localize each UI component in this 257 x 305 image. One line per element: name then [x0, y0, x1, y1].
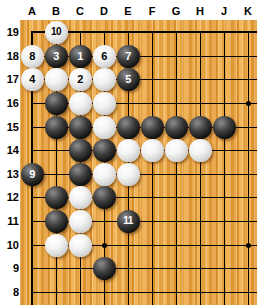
stone-E17[interactable]: 5: [117, 68, 140, 91]
row-label-12: 12: [0, 190, 19, 204]
stone-D18[interactable]: 6: [93, 45, 116, 68]
go-diagram: ABCDEFGHJK 1918171615141312111098 108316…: [0, 0, 257, 305]
stone-B15[interactable]: [45, 116, 68, 139]
column-label-H: H: [192, 3, 208, 19]
stone-D13[interactable]: [93, 163, 116, 186]
stone-B18[interactable]: 3: [45, 45, 68, 68]
stone-D17[interactable]: [93, 68, 116, 91]
column-label-F: F: [144, 3, 160, 19]
stone-C10[interactable]: [69, 234, 92, 257]
stone-F15[interactable]: [141, 116, 164, 139]
move-number: 3: [53, 51, 59, 62]
move-number: 8: [29, 51, 35, 62]
stone-C15[interactable]: [69, 116, 92, 139]
stone-D16[interactable]: [93, 92, 116, 115]
stone-E11[interactable]: 11: [117, 210, 140, 233]
stone-H14[interactable]: [189, 139, 212, 162]
row-label-16: 16: [0, 96, 19, 110]
stone-E13[interactable]: [117, 163, 140, 186]
stone-B16[interactable]: [45, 92, 68, 115]
stone-B19[interactable]: 10: [45, 21, 68, 44]
move-number: 1: [77, 51, 83, 62]
row-label-9: 9: [0, 261, 19, 275]
column-label-B: B: [48, 3, 64, 19]
move-number: 10: [51, 27, 61, 37]
column-label-A: A: [24, 3, 40, 19]
stone-A17[interactable]: 4: [21, 68, 44, 91]
column-label-K: K: [240, 3, 256, 19]
grid-line-col-J: [224, 31, 225, 305]
move-number: 6: [101, 51, 107, 62]
move-number: 5: [125, 74, 131, 85]
star-point-K10: [246, 243, 251, 248]
row-label-8: 8: [0, 285, 19, 299]
row-label-19: 19: [0, 25, 19, 39]
row-label-15: 15: [0, 120, 19, 134]
star-point-K16: [246, 101, 251, 106]
move-number: 4: [29, 74, 35, 85]
stone-C14[interactable]: [69, 139, 92, 162]
grid-line-col-K: [248, 31, 249, 305]
stone-D9[interactable]: [93, 257, 116, 280]
stone-C11[interactable]: [69, 210, 92, 233]
stone-C17[interactable]: 2: [69, 68, 92, 91]
move-number: 11: [123, 216, 133, 226]
stone-E18[interactable]: 7: [117, 45, 140, 68]
column-label-C: C: [72, 3, 88, 19]
stone-C12[interactable]: [69, 186, 92, 209]
stone-G14[interactable]: [165, 139, 188, 162]
stone-E14[interactable]: [117, 139, 140, 162]
row-label-18: 18: [0, 49, 19, 63]
stone-C18[interactable]: 1: [69, 45, 92, 68]
stone-C16[interactable]: [69, 92, 92, 115]
column-label-G: G: [168, 3, 184, 19]
move-number: 7: [125, 51, 131, 62]
stone-H15[interactable]: [189, 116, 212, 139]
stone-D12[interactable]: [93, 186, 116, 209]
stone-J15[interactable]: [213, 116, 236, 139]
stone-D14[interactable]: [93, 139, 116, 162]
column-label-E: E: [120, 3, 136, 19]
stone-C13[interactable]: [69, 163, 92, 186]
move-number: 2: [77, 74, 83, 85]
grid-line-col-H: [200, 31, 201, 305]
column-label-J: J: [216, 3, 232, 19]
stone-G15[interactable]: [165, 116, 188, 139]
row-label-11: 11: [0, 214, 19, 228]
grid-line-col-F: [152, 31, 153, 305]
stone-D15[interactable]: [93, 116, 116, 139]
grid-line-col-G: [176, 31, 177, 305]
row-label-10: 10: [0, 238, 19, 252]
stone-F14[interactable]: [141, 139, 164, 162]
column-label-D: D: [96, 3, 112, 19]
stone-B11[interactable]: [45, 210, 68, 233]
star-point-D10: [102, 243, 107, 248]
stone-B12[interactable]: [45, 186, 68, 209]
stone-A13[interactable]: 9: [21, 163, 44, 186]
stone-B17[interactable]: [45, 68, 68, 91]
row-label-13: 13: [0, 167, 19, 181]
stone-E15[interactable]: [117, 116, 140, 139]
move-number: 9: [29, 169, 35, 180]
row-label-17: 17: [0, 72, 19, 86]
row-label-14: 14: [0, 143, 19, 157]
stone-B10[interactable]: [45, 234, 68, 257]
stone-A18[interactable]: 8: [21, 45, 44, 68]
